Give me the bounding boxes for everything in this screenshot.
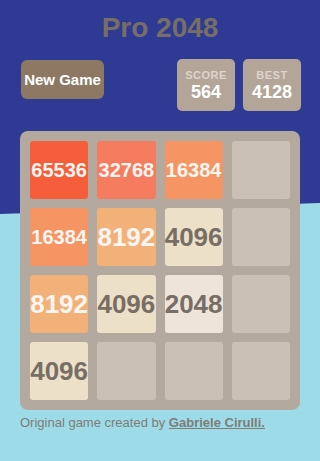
tile-32768: 32768: [97, 141, 155, 199]
new-game-button[interactable]: New Game: [21, 60, 104, 99]
empty-cell: [232, 141, 290, 199]
footer-credit: Original game created by Gabriele Cirull…: [20, 415, 265, 430]
tile-4096: 4096: [97, 275, 155, 333]
best-label: BEST: [256, 70, 287, 81]
tile-4096: 4096: [165, 208, 223, 266]
empty-cell: [165, 342, 223, 400]
tile-4096: 4096: [30, 342, 88, 400]
app-window: Pro 2048 New Game SCORE 564 BEST 4128 65…: [0, 0, 320, 461]
credit-text: Original game created by: [20, 415, 169, 430]
best-box: BEST 4128: [243, 59, 301, 111]
best-value: 4128: [252, 83, 292, 101]
tile-65536: 65536: [30, 141, 88, 199]
empty-cell: [232, 275, 290, 333]
tile-16384: 16384: [165, 141, 223, 199]
empty-cell: [232, 208, 290, 266]
board-grid[interactable]: 6553632768163841638481924096819240962048…: [20, 131, 300, 410]
tile-16384: 16384: [30, 208, 88, 266]
score-value: 564: [191, 83, 221, 101]
score-label: SCORE: [185, 70, 227, 81]
score-box: SCORE 564: [177, 59, 235, 111]
empty-cell: [232, 342, 290, 400]
credit-link[interactable]: Gabriele Cirulli.: [169, 415, 265, 430]
tile-8192: 8192: [97, 208, 155, 266]
tile-2048: 2048: [165, 275, 223, 333]
page-title: Pro 2048: [0, 12, 320, 44]
tile-8192: 8192: [30, 275, 88, 333]
empty-cell: [97, 342, 155, 400]
